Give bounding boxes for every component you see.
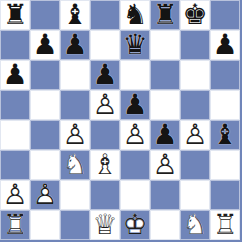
piece-black-bishop[interactable]: ♝ xyxy=(212,121,237,149)
square-e1[interactable]: ♔ xyxy=(120,210,150,240)
square-b2[interactable]: ♙ xyxy=(30,180,60,210)
piece-white-pawn[interactable]: ♙ xyxy=(2,181,27,209)
square-g5[interactable] xyxy=(180,90,210,120)
square-f1[interactable] xyxy=(150,210,180,240)
square-a5[interactable] xyxy=(0,90,30,120)
square-e6[interactable] xyxy=(120,60,150,90)
square-c4[interactable]: ♙ xyxy=(60,120,90,150)
piece-black-pawn[interactable]: ♟ xyxy=(2,61,27,89)
piece-white-queen[interactable]: ♕ xyxy=(92,211,117,239)
square-d6[interactable]: ♟ xyxy=(90,60,120,90)
square-c7[interactable]: ♟ xyxy=(60,30,90,60)
square-e5[interactable]: ♟ xyxy=(120,90,150,120)
square-f4[interactable]: ♟ xyxy=(150,120,180,150)
square-b7[interactable]: ♟ xyxy=(30,30,60,60)
piece-black-pawn[interactable]: ♟ xyxy=(122,91,147,119)
piece-white-pawn[interactable]: ♙ xyxy=(32,181,57,209)
square-a4[interactable] xyxy=(0,120,30,150)
square-c2[interactable] xyxy=(60,180,90,210)
square-g4[interactable]: ♙ xyxy=(180,120,210,150)
square-b1[interactable] xyxy=(30,210,60,240)
square-h5[interactable] xyxy=(210,90,240,120)
square-c6[interactable] xyxy=(60,60,90,90)
square-g2[interactable] xyxy=(180,180,210,210)
square-g3[interactable] xyxy=(180,150,210,180)
square-b3[interactable] xyxy=(30,150,60,180)
square-a8[interactable]: ♜ xyxy=(0,0,30,30)
piece-white-bishop[interactable]: ♗ xyxy=(92,151,117,179)
square-e3[interactable] xyxy=(120,150,150,180)
square-d1[interactable]: ♕ xyxy=(90,210,120,240)
square-e8[interactable]: ♞ xyxy=(120,0,150,30)
square-h8[interactable] xyxy=(210,0,240,30)
piece-white-pawn[interactable]: ♙ xyxy=(182,121,207,149)
square-h6[interactable] xyxy=(210,60,240,90)
square-d3[interactable]: ♗ xyxy=(90,150,120,180)
square-b4[interactable] xyxy=(30,120,60,150)
square-d7[interactable] xyxy=(90,30,120,60)
piece-white-rook[interactable]: ♖ xyxy=(212,211,237,239)
square-a6[interactable]: ♟ xyxy=(0,60,30,90)
piece-white-rook[interactable]: ♖ xyxy=(2,211,27,239)
piece-black-queen[interactable]: ♛ xyxy=(122,31,147,59)
square-f6[interactable] xyxy=(150,60,180,90)
square-f2[interactable] xyxy=(150,180,180,210)
piece-white-knight[interactable]: ♘ xyxy=(182,211,207,239)
piece-white-pawn[interactable]: ♙ xyxy=(92,91,117,119)
piece-black-pawn[interactable]: ♟ xyxy=(212,31,237,59)
piece-white-king[interactable]: ♔ xyxy=(122,211,147,239)
square-f5[interactable] xyxy=(150,90,180,120)
piece-white-pawn[interactable]: ♙ xyxy=(152,151,177,179)
board-grid: ♜♝♞♜♚♟♟♛♟♟♟♙♟♙♙♟♙♝♘♗♙♙♙♖♕♔♘♖ xyxy=(0,0,240,240)
square-e4[interactable]: ♙ xyxy=(120,120,150,150)
square-d2[interactable] xyxy=(90,180,120,210)
piece-black-pawn[interactable]: ♟ xyxy=(62,31,87,59)
piece-black-pawn[interactable]: ♟ xyxy=(32,31,57,59)
square-e7[interactable]: ♛ xyxy=(120,30,150,60)
square-b8[interactable] xyxy=(30,0,60,30)
piece-white-pawn[interactable]: ♙ xyxy=(122,121,147,149)
square-h4[interactable]: ♝ xyxy=(210,120,240,150)
piece-white-pawn[interactable]: ♙ xyxy=(62,121,87,149)
piece-white-knight[interactable]: ♘ xyxy=(62,151,87,179)
square-c8[interactable]: ♝ xyxy=(60,0,90,30)
square-h3[interactable] xyxy=(210,150,240,180)
square-g8[interactable]: ♚ xyxy=(180,0,210,30)
piece-black-bishop[interactable]: ♝ xyxy=(62,1,87,29)
square-h1[interactable]: ♖ xyxy=(210,210,240,240)
square-c5[interactable] xyxy=(60,90,90,120)
square-g1[interactable]: ♘ xyxy=(180,210,210,240)
square-a2[interactable]: ♙ xyxy=(0,180,30,210)
square-e2[interactable] xyxy=(120,180,150,210)
square-h7[interactable]: ♟ xyxy=(210,30,240,60)
piece-black-knight[interactable]: ♞ xyxy=(122,1,147,29)
square-c3[interactable]: ♘ xyxy=(60,150,90,180)
square-h2[interactable] xyxy=(210,180,240,210)
square-b6[interactable] xyxy=(30,60,60,90)
square-c1[interactable] xyxy=(60,210,90,240)
piece-black-king[interactable]: ♚ xyxy=(182,1,207,29)
piece-black-rook[interactable]: ♜ xyxy=(2,1,27,29)
square-d4[interactable] xyxy=(90,120,120,150)
square-d8[interactable] xyxy=(90,0,120,30)
square-g6[interactable] xyxy=(180,60,210,90)
chess-board: ♜♝♞♜♚♟♟♛♟♟♟♙♟♙♙♟♙♝♘♗♙♙♙♖♕♔♘♖ xyxy=(0,0,242,242)
square-b5[interactable] xyxy=(30,90,60,120)
square-f8[interactable]: ♜ xyxy=(150,0,180,30)
square-g7[interactable] xyxy=(180,30,210,60)
square-d5[interactable]: ♙ xyxy=(90,90,120,120)
square-a1[interactable]: ♖ xyxy=(0,210,30,240)
piece-black-pawn[interactable]: ♟ xyxy=(92,61,117,89)
square-f7[interactable] xyxy=(150,30,180,60)
piece-black-pawn[interactable]: ♟ xyxy=(152,121,177,149)
square-a7[interactable] xyxy=(0,30,30,60)
square-f3[interactable]: ♙ xyxy=(150,150,180,180)
square-a3[interactable] xyxy=(0,150,30,180)
piece-black-rook[interactable]: ♜ xyxy=(152,1,177,29)
